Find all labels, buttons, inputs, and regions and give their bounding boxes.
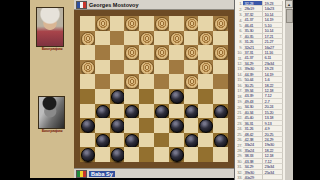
board-square-r6c1[interactable] xyxy=(80,89,95,104)
board-square-r8c8 xyxy=(184,118,199,133)
board-square-r2c9[interactable] xyxy=(198,31,213,46)
white-man[interactable] xyxy=(185,75,199,89)
move-number: 2. xyxy=(235,7,243,12)
board-square-r4c2 xyxy=(95,60,110,75)
board-square-r7c4[interactable] xyxy=(124,104,139,119)
white-man[interactable] xyxy=(125,46,139,60)
board-square-r3c7 xyxy=(169,45,184,60)
top-player-bar: Georges Mostovoy xyxy=(74,0,234,10)
board-square-r8c7[interactable] xyxy=(169,118,184,133)
black-move-cell[interactable] xyxy=(263,175,283,180)
board-square-r3c3 xyxy=(110,45,125,60)
move-number: 24. xyxy=(235,126,243,131)
board-square-r8c2 xyxy=(95,118,110,133)
board-square-r2c1[interactable] xyxy=(80,31,95,46)
black-man[interactable] xyxy=(81,148,95,162)
move-list[interactable]: 1.32-2819-232.28x1914x233.37-3210-144.41… xyxy=(235,1,285,180)
board-square-r4c4 xyxy=(124,60,139,75)
move-number: 22. xyxy=(235,115,243,120)
board-square-r9c9 xyxy=(198,133,213,148)
board-square-r2c4 xyxy=(124,31,139,46)
black-man[interactable] xyxy=(214,134,228,148)
black-man[interactable] xyxy=(125,134,139,148)
france-flag-icon xyxy=(76,1,87,9)
board-square-r7c1 xyxy=(80,104,95,119)
board-square-r7c8[interactable] xyxy=(184,104,199,119)
move-number: 21. xyxy=(235,110,243,115)
board-square-r9c6[interactable] xyxy=(154,133,169,148)
photo-bottom-player xyxy=(38,96,65,129)
board-square-r8c4 xyxy=(124,118,139,133)
white-man[interactable] xyxy=(140,32,154,46)
board-square-r3c10[interactable] xyxy=(213,45,228,60)
board-square-r5c6[interactable] xyxy=(154,74,169,89)
board-square-r6c7[interactable] xyxy=(169,89,184,104)
board-square-r9c10[interactable] xyxy=(213,133,228,148)
board-square-r1c9 xyxy=(198,16,213,31)
board-square-r7c2[interactable] xyxy=(95,104,110,119)
move-number: 4. xyxy=(235,18,243,23)
move-number: 25. xyxy=(235,132,243,137)
board-square-r10c7[interactable] xyxy=(169,147,184,162)
board-square-r6c9[interactable] xyxy=(198,89,213,104)
board-square-r4c3[interactable] xyxy=(110,60,125,75)
board-square-r7c7 xyxy=(169,104,184,119)
black-man[interactable] xyxy=(111,148,125,162)
board-square-r4c9[interactable] xyxy=(198,60,213,75)
move-number: 6. xyxy=(235,28,243,33)
player-photo-panel: Биография Биография xyxy=(30,0,74,178)
board-square-r1c6[interactable] xyxy=(154,16,169,31)
move-number: 9. xyxy=(235,45,243,50)
caption-top-player[interactable]: Биография xyxy=(32,46,72,51)
board-square-r6c3[interactable] xyxy=(110,89,125,104)
board-square-r4c8 xyxy=(184,60,199,75)
board-square-r9c7 xyxy=(169,133,184,148)
black-man[interactable] xyxy=(170,90,184,104)
board-square-r2c8 xyxy=(184,31,199,46)
board-square-r4c10 xyxy=(213,60,228,75)
move-list-panel: 1.32-2819-232.28x1914x233.37-3210-144.41… xyxy=(234,0,292,180)
board-square-r8c3[interactable] xyxy=(110,118,125,133)
white-man[interactable] xyxy=(140,61,154,75)
bottom-player-bar: Baba Sy xyxy=(74,168,234,178)
move-list-scrollbar[interactable]: ▲ xyxy=(285,0,293,180)
black-man[interactable] xyxy=(170,119,184,133)
scroll-up-icon[interactable]: ▲ xyxy=(285,0,293,8)
move-number: 14. xyxy=(235,72,243,77)
black-man[interactable] xyxy=(96,134,110,148)
board-square-r1c2[interactable] xyxy=(95,16,110,31)
board-square-r3c9 xyxy=(198,45,213,60)
photo-top-player xyxy=(36,7,64,47)
board-square-r9c5 xyxy=(139,133,154,148)
black-man[interactable] xyxy=(155,105,169,119)
board-square-r4c6 xyxy=(154,60,169,75)
black-man[interactable] xyxy=(96,105,110,119)
board-square-r10c5[interactable] xyxy=(139,147,154,162)
board-square-r10c2 xyxy=(95,147,110,162)
board-square-r8c1[interactable] xyxy=(80,118,95,133)
black-man[interactable] xyxy=(185,105,199,119)
board-square-r8c6 xyxy=(154,118,169,133)
board-square-r4c5[interactable] xyxy=(139,60,154,75)
move-row: 33.40x29 xyxy=(235,175,285,180)
board-square-r5c7 xyxy=(169,74,184,89)
board-square-r1c8[interactable] xyxy=(184,16,199,31)
board-square-r4c7[interactable] xyxy=(169,60,184,75)
board-square-r2c3[interactable] xyxy=(110,31,125,46)
black-man[interactable] xyxy=(199,119,213,133)
move-number: 27. xyxy=(235,143,243,148)
white-man[interactable] xyxy=(81,32,95,46)
board-square-r1c7 xyxy=(169,16,184,31)
board-square-r9c2[interactable] xyxy=(95,133,110,148)
board-square-r10c3[interactable] xyxy=(110,147,125,162)
white-move-cell[interactable]: 40x29 xyxy=(243,175,263,180)
board-square-r3c2[interactable] xyxy=(95,45,110,60)
move-number: 30. xyxy=(235,159,243,164)
move-number: 26. xyxy=(235,137,243,142)
board-square-r5c3 xyxy=(110,74,125,89)
board-square-r6c6 xyxy=(154,89,169,104)
move-number: 29. xyxy=(235,153,243,158)
white-man[interactable] xyxy=(155,46,169,60)
board-square-r9c8[interactable] xyxy=(184,133,199,148)
move-number: 31. xyxy=(235,164,243,169)
board-square-r6c8 xyxy=(184,89,199,104)
move-number: 28. xyxy=(235,148,243,153)
move-number: 18. xyxy=(235,94,243,99)
board-square-r3c4[interactable] xyxy=(124,45,139,60)
move-number: 10. xyxy=(235,50,243,55)
board-square-r10c1[interactable] xyxy=(80,147,95,162)
white-man[interactable] xyxy=(170,32,184,46)
senegal-flag-icon xyxy=(76,170,87,178)
scrollbar-thumb[interactable] xyxy=(286,9,293,23)
move-number: 7. xyxy=(235,34,243,39)
board-square-r5c1 xyxy=(80,74,95,89)
board-square-r5c10[interactable] xyxy=(213,74,228,89)
board-square-r7c5 xyxy=(139,104,154,119)
move-number: 1. xyxy=(235,1,243,6)
board-square-r1c1 xyxy=(80,16,95,31)
board-square-r7c9 xyxy=(198,104,213,119)
move-number: 16. xyxy=(235,83,243,88)
white-man[interactable] xyxy=(96,17,110,31)
board-square-r1c10[interactable] xyxy=(213,16,228,31)
move-number: 17. xyxy=(235,88,243,93)
board-square-r6c5[interactable] xyxy=(139,89,154,104)
white-man[interactable] xyxy=(185,17,199,31)
board-square-r6c4 xyxy=(124,89,139,104)
white-man[interactable] xyxy=(155,17,169,31)
board-square-r6c10 xyxy=(213,89,228,104)
black-man[interactable] xyxy=(81,119,95,133)
board-square-r3c8[interactable] xyxy=(184,45,199,60)
board-square-r4c1[interactable] xyxy=(80,60,95,75)
board-square-r7c3 xyxy=(110,104,125,119)
move-number: 32. xyxy=(235,170,243,175)
board-square-r5c2[interactable] xyxy=(95,74,110,89)
board-square-r6c2 xyxy=(95,89,110,104)
caption-bottom-player[interactable]: Биография xyxy=(32,128,72,133)
draughts-board[interactable] xyxy=(74,10,234,168)
board-square-r9c4[interactable] xyxy=(124,133,139,148)
move-number: 8. xyxy=(235,39,243,44)
board-square-r9c3 xyxy=(110,133,125,148)
board-square-r2c10 xyxy=(213,31,228,46)
board-square-r3c6[interactable] xyxy=(154,45,169,60)
board-square-r7c10[interactable] xyxy=(213,104,228,119)
board-square-r2c2 xyxy=(95,31,110,46)
board-square-r2c5[interactable] xyxy=(139,31,154,46)
board-square-r1c5 xyxy=(139,16,154,31)
board-square-r7c6[interactable] xyxy=(154,104,169,119)
board-square-r10c9[interactable] xyxy=(198,147,213,162)
white-man[interactable] xyxy=(199,61,213,75)
board-square-r8c5[interactable] xyxy=(139,118,154,133)
white-man[interactable] xyxy=(81,61,95,75)
move-number: 33. xyxy=(235,175,243,180)
board-square-r5c4[interactable] xyxy=(124,74,139,89)
move-number: 5. xyxy=(235,23,243,28)
board-square-r1c4[interactable] xyxy=(124,16,139,31)
black-man[interactable] xyxy=(111,90,125,104)
black-man[interactable] xyxy=(214,105,228,119)
board-square-r8c9[interactable] xyxy=(198,118,213,133)
board-square-r3c1 xyxy=(80,45,95,60)
bottom-player-name: Baba Sy xyxy=(89,171,115,177)
board-square-r5c8[interactable] xyxy=(184,74,199,89)
move-number: 13. xyxy=(235,66,243,71)
board-square-r2c7[interactable] xyxy=(169,31,184,46)
board-square-r5c5 xyxy=(139,74,154,89)
move-number: 11. xyxy=(235,56,243,61)
white-man[interactable] xyxy=(125,75,139,89)
board-square-r10c6 xyxy=(154,147,169,162)
black-man[interactable] xyxy=(111,119,125,133)
board-square-r9c1 xyxy=(80,133,95,148)
white-man[interactable] xyxy=(214,46,228,60)
move-number: 20. xyxy=(235,105,243,110)
white-man[interactable] xyxy=(125,17,139,31)
black-man[interactable] xyxy=(170,148,184,162)
black-man[interactable] xyxy=(125,105,139,119)
move-number: 15. xyxy=(235,77,243,82)
top-player-name: Georges Mostovoy xyxy=(89,2,139,8)
board-square-r2c6 xyxy=(154,31,169,46)
white-man[interactable] xyxy=(185,46,199,60)
board-square-r5c9 xyxy=(198,74,213,89)
move-number: 19. xyxy=(235,99,243,104)
white-man[interactable] xyxy=(199,32,213,46)
move-number: 3. xyxy=(235,12,243,17)
board-square-r10c8 xyxy=(184,147,199,162)
move-number: 23. xyxy=(235,121,243,126)
move-number: 12. xyxy=(235,61,243,66)
board-square-r3c5 xyxy=(139,45,154,60)
board-square-r8c10 xyxy=(213,118,228,133)
white-man[interactable] xyxy=(214,17,228,31)
board-square-r1c3 xyxy=(110,16,125,31)
board-square-r10c10 xyxy=(213,147,228,162)
black-man[interactable] xyxy=(185,134,199,148)
board-square-r10c4 xyxy=(124,147,139,162)
